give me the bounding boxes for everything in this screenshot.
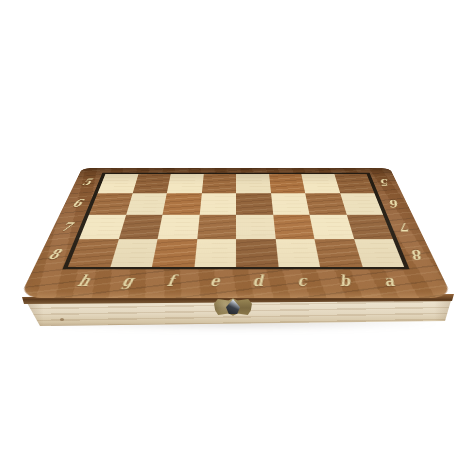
square-a6 <box>340 193 383 214</box>
wood-knot <box>60 318 64 321</box>
file-labels-front: hgfedcba <box>55 269 416 298</box>
square-d6 <box>236 193 273 214</box>
square-a7 <box>346 215 393 239</box>
square-f6 <box>162 193 201 214</box>
chess-board-top: 5678 5678 hgfedcba <box>19 168 453 298</box>
square-f7 <box>158 215 200 239</box>
square-e6 <box>199 193 236 214</box>
square-g7 <box>118 215 162 239</box>
square-g6 <box>126 193 167 214</box>
square-f5 <box>167 174 204 193</box>
clasp-latch <box>214 298 252 316</box>
square-a5 <box>334 174 374 193</box>
square-d7 <box>236 215 275 239</box>
square-e7 <box>197 215 236 239</box>
square-c6 <box>271 193 310 214</box>
square-c5 <box>269 174 306 193</box>
square-g5 <box>132 174 170 193</box>
chess-box-photo: 5678 5678 hgfedcba <box>0 0 465 465</box>
square-c7 <box>273 215 315 239</box>
square-e5 <box>201 174 236 193</box>
chess-board <box>62 173 409 270</box>
square-d5 <box>236 174 271 193</box>
